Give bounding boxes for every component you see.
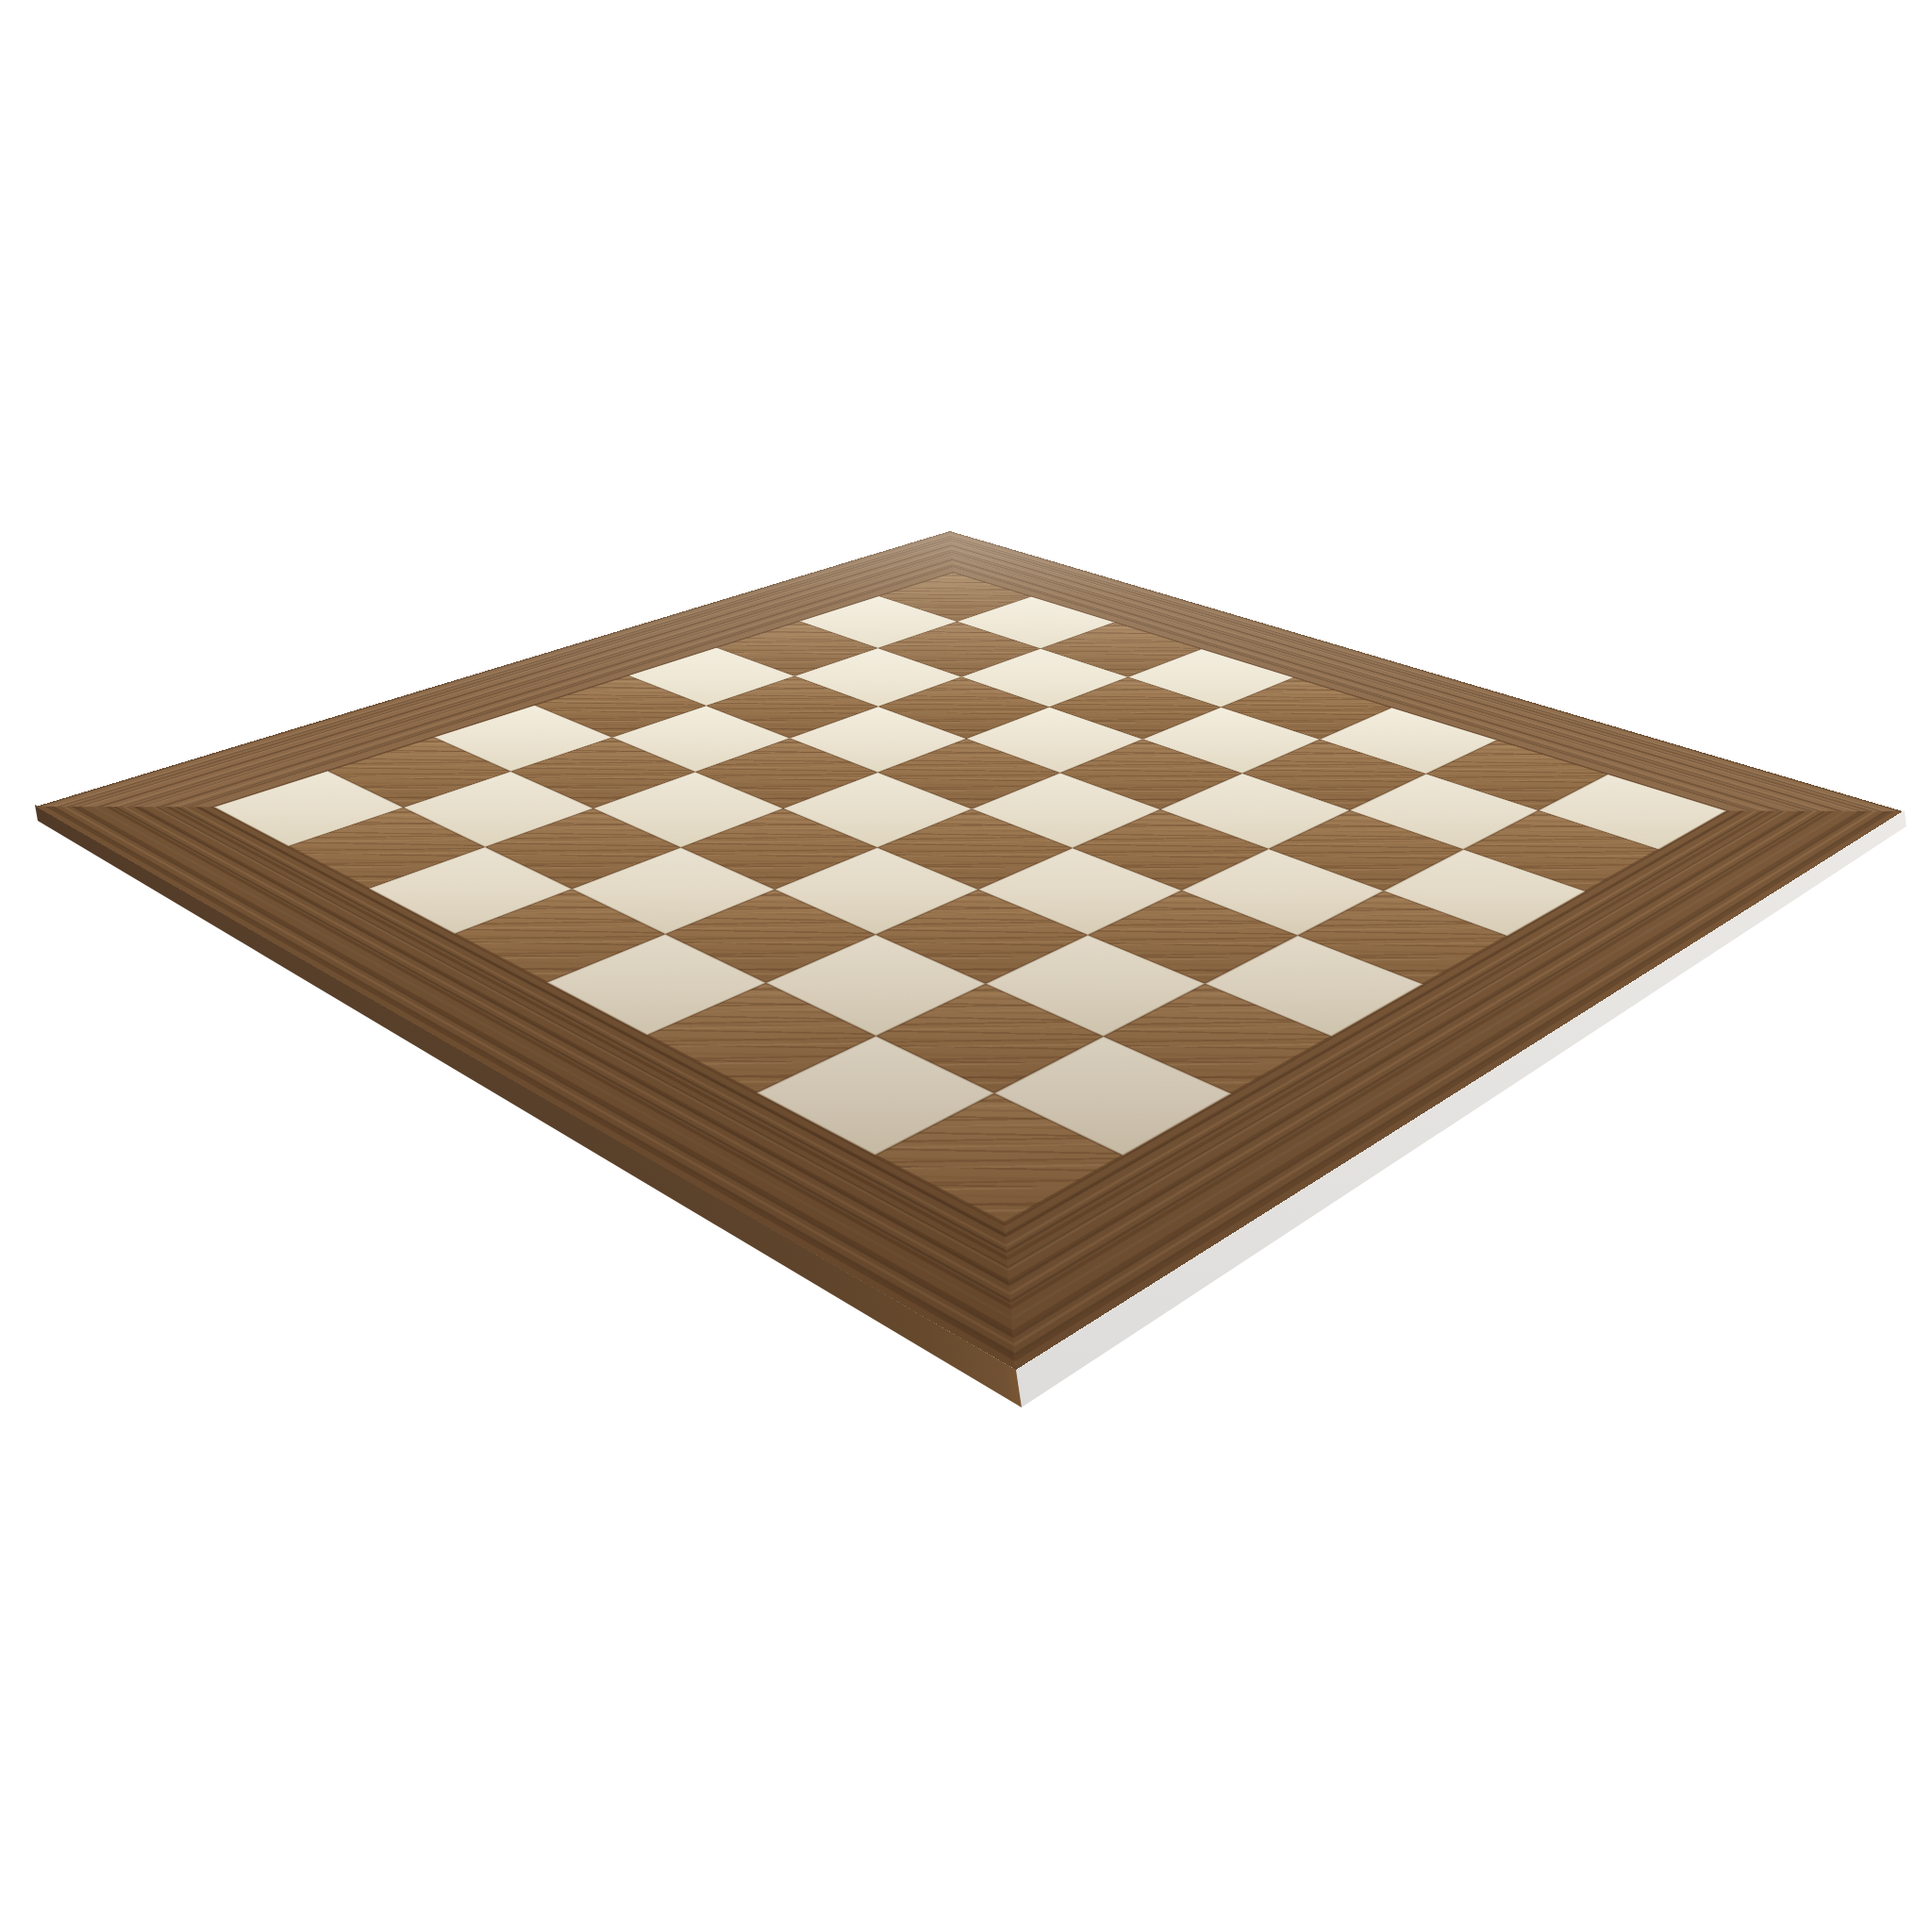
- playing-field: [214, 573, 1726, 1224]
- photo-stage: [0, 0, 1932, 1932]
- chessboard: [36, 531, 1903, 1370]
